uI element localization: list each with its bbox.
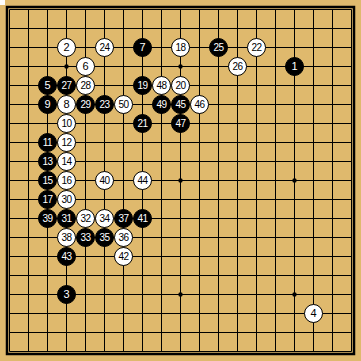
stone-black-41: 41 (133, 209, 152, 228)
stone-black-3: 3 (57, 285, 76, 304)
stone-black-33: 33 (76, 228, 95, 247)
stone-black-37: 37 (114, 209, 133, 228)
stone-white-16: 16 (57, 171, 76, 190)
stone-black-25: 25 (209, 38, 228, 57)
stone-white-28: 28 (76, 76, 95, 95)
stone-white-44: 44 (133, 171, 152, 190)
stone-white-6: 6 (76, 57, 95, 76)
stone-white-40: 40 (95, 171, 114, 190)
stone-black-17: 17 (38, 190, 57, 209)
corner-artifact (0, 0, 5, 5)
go-board-diagram: 1234567891011121314151617181920212223242… (0, 0, 361, 361)
stone-white-10: 10 (57, 114, 76, 133)
stone-black-31: 31 (57, 209, 76, 228)
stone-black-49: 49 (152, 95, 171, 114)
stone-black-39: 39 (38, 209, 57, 228)
stone-white-38: 38 (57, 228, 76, 247)
stone-black-1: 1 (285, 57, 304, 76)
stone-white-42: 42 (114, 247, 133, 266)
stone-black-43: 43 (57, 247, 76, 266)
stone-white-32: 32 (76, 209, 95, 228)
stone-black-23: 23 (95, 95, 114, 114)
stone-white-2: 2 (57, 38, 76, 57)
stone-black-35: 35 (95, 228, 114, 247)
stone-black-19: 19 (133, 76, 152, 95)
stone-black-47: 47 (171, 114, 190, 133)
stone-white-30: 30 (57, 190, 76, 209)
stone-black-27: 27 (57, 76, 76, 95)
go-board[interactable]: 1234567891011121314151617181920212223242… (0, 0, 361, 361)
stone-black-21: 21 (133, 114, 152, 133)
stone-white-48: 48 (152, 76, 171, 95)
stone-white-8: 8 (57, 95, 76, 114)
stone-white-4: 4 (304, 304, 323, 323)
stone-black-45: 45 (171, 95, 190, 114)
stone-white-36: 36 (114, 228, 133, 247)
stone-white-50: 50 (114, 95, 133, 114)
stone-white-18: 18 (171, 38, 190, 57)
stone-white-22: 22 (247, 38, 266, 57)
stone-white-12: 12 (57, 133, 76, 152)
stone-black-7: 7 (133, 38, 152, 57)
stone-black-11: 11 (38, 133, 57, 152)
stone-black-9: 9 (38, 95, 57, 114)
stone-white-24: 24 (95, 38, 114, 57)
stone-white-46: 46 (190, 95, 209, 114)
stone-black-15: 15 (38, 171, 57, 190)
stone-white-14: 14 (57, 152, 76, 171)
stone-black-13: 13 (38, 152, 57, 171)
stone-white-26: 26 (228, 57, 247, 76)
stone-black-5: 5 (38, 76, 57, 95)
stone-white-34: 34 (95, 209, 114, 228)
stone-white-20: 20 (171, 76, 190, 95)
stone-black-29: 29 (76, 95, 95, 114)
